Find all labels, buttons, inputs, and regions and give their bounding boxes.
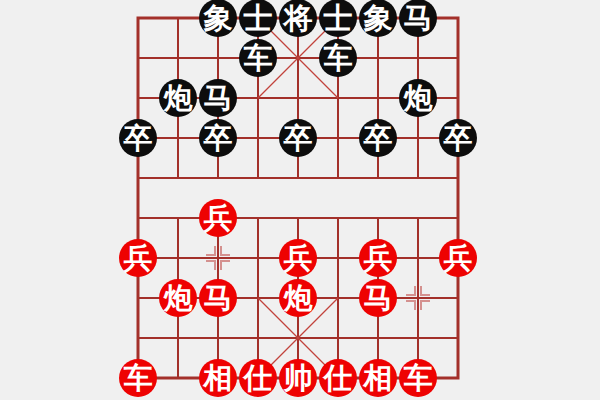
black-cannon[interactable]: 炮 [158, 78, 198, 118]
point-marker-corner [220, 246, 230, 256]
black-piece-disc: 马 [399, 0, 437, 37]
black-knight[interactable]: 马 [398, 0, 438, 38]
point-marker-corner [420, 286, 430, 296]
red-cannon[interactable]: 炮 [158, 278, 198, 318]
red-soldier[interactable]: 兵 [118, 238, 158, 278]
black-chariot[interactable]: 车 [238, 38, 278, 78]
red-piece-disc: 车 [399, 359, 437, 397]
red-piece-disc: 兵 [359, 239, 397, 277]
red-chariot[interactable]: 车 [398, 358, 438, 398]
black-advisor[interactable]: 士 [318, 0, 358, 38]
black-piece-disc: 卒 [439, 119, 477, 157]
black-piece-disc: 卒 [199, 119, 237, 157]
red-piece-disc: 相 [199, 359, 237, 397]
red-piece-disc: 仕 [319, 359, 357, 397]
red-piece-disc: 仕 [239, 359, 277, 397]
black-piece-disc: 炮 [399, 79, 437, 117]
black-advisor[interactable]: 士 [238, 0, 278, 38]
black-soldier[interactable]: 卒 [358, 118, 398, 158]
red-advisor[interactable]: 仕 [318, 358, 358, 398]
red-soldier[interactable]: 兵 [438, 238, 478, 278]
black-chariot[interactable]: 车 [318, 38, 358, 78]
red-piece-disc: 兵 [119, 239, 157, 277]
black-elephant[interactable]: 象 [358, 0, 398, 38]
black-soldier[interactable]: 卒 [278, 118, 318, 158]
red-elephant[interactable]: 相 [358, 358, 398, 398]
red-soldier[interactable]: 兵 [358, 238, 398, 278]
black-knight[interactable]: 马 [198, 78, 238, 118]
red-piece-disc: 马 [199, 279, 237, 317]
red-elephant[interactable]: 相 [198, 358, 238, 398]
black-piece-disc: 车 [319, 39, 357, 77]
red-piece-disc: 兵 [199, 199, 237, 237]
red-piece-disc: 车 [119, 359, 157, 397]
point-marker [406, 286, 430, 310]
red-soldier[interactable]: 兵 [198, 198, 238, 238]
board-grid: 象士将士象马车车炮马炮卒卒卒卒卒兵兵兵兵兵炮马炮马车相仕帅仕相车 [118, 0, 478, 398]
red-piece-disc: 炮 [159, 279, 197, 317]
black-piece-disc: 马 [199, 79, 237, 117]
black-general[interactable]: 将 [278, 0, 318, 38]
black-soldier[interactable]: 卒 [118, 118, 158, 158]
black-piece-disc: 卒 [119, 119, 157, 157]
black-piece-disc: 将 [279, 0, 317, 37]
black-piece-disc: 象 [199, 0, 237, 37]
black-piece-disc: 士 [319, 0, 357, 37]
red-cannon[interactable]: 炮 [278, 278, 318, 318]
red-chariot[interactable]: 车 [118, 358, 158, 398]
point-marker-corner [406, 300, 416, 310]
point-marker [206, 246, 230, 270]
red-knight[interactable]: 马 [358, 278, 398, 318]
red-piece-disc: 炮 [279, 279, 317, 317]
black-piece-disc: 士 [239, 0, 277, 37]
point-marker-corner [206, 260, 216, 270]
point-marker-corner [220, 260, 230, 270]
black-piece-disc: 象 [359, 0, 397, 37]
black-piece-disc: 炮 [159, 79, 197, 117]
xiangqi-board: 象士将士象马车车炮马炮卒卒卒卒卒兵兵兵兵兵炮马炮马车相仕帅仕相车 [0, 0, 600, 400]
red-piece-disc: 相 [359, 359, 397, 397]
red-piece-disc: 帅 [279, 359, 317, 397]
black-cannon[interactable]: 炮 [398, 78, 438, 118]
black-elephant[interactable]: 象 [198, 0, 238, 38]
red-general[interactable]: 帅 [278, 358, 318, 398]
black-piece-disc: 车 [239, 39, 277, 77]
black-soldier[interactable]: 卒 [198, 118, 238, 158]
red-piece-disc: 马 [359, 279, 397, 317]
point-marker-corner [406, 286, 416, 296]
point-marker-corner [420, 300, 430, 310]
red-knight[interactable]: 马 [198, 278, 238, 318]
red-soldier[interactable]: 兵 [278, 238, 318, 278]
red-advisor[interactable]: 仕 [238, 358, 278, 398]
black-piece-disc: 卒 [359, 119, 397, 157]
red-piece-disc: 兵 [439, 239, 477, 277]
red-piece-disc: 兵 [279, 239, 317, 277]
black-soldier[interactable]: 卒 [438, 118, 478, 158]
point-marker-corner [206, 246, 216, 256]
black-piece-disc: 卒 [279, 119, 317, 157]
